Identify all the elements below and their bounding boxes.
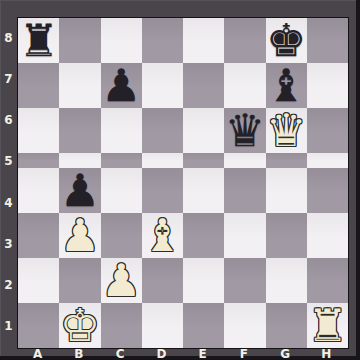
file-label-a: A [17, 347, 58, 360]
square-a5[interactable] [18, 153, 59, 168]
square-d3[interactable]: ♝ [142, 213, 183, 258]
square-h6[interactable] [307, 108, 348, 153]
rank-label-4: 4 [0, 182, 17, 223]
rank-label-7: 7 [0, 58, 17, 99]
square-g4[interactable] [266, 168, 307, 213]
file-label-g: G [265, 347, 306, 360]
square-a1[interactable] [18, 303, 59, 348]
square-h5[interactable] [307, 153, 348, 168]
file-label-f: F [223, 347, 264, 360]
rank-label-3: 3 [0, 223, 17, 264]
square-d4[interactable] [142, 168, 183, 213]
square-a7[interactable] [18, 63, 59, 108]
square-a3[interactable] [18, 213, 59, 258]
square-e8[interactable] [183, 18, 224, 63]
square-b7[interactable] [59, 63, 100, 108]
square-g3[interactable] [266, 213, 307, 258]
rank-label-6: 6 [0, 100, 17, 141]
piece-black-queen[interactable]: ♛ [225, 108, 265, 153]
square-c8[interactable] [101, 18, 142, 63]
piece-black-pawn[interactable]: ♟ [101, 63, 141, 108]
piece-black-bishop[interactable]: ♝ [266, 63, 306, 108]
square-c6[interactable] [101, 108, 142, 153]
square-f2[interactable] [224, 258, 265, 303]
square-c3[interactable] [101, 213, 142, 258]
square-c1[interactable] [101, 303, 142, 348]
square-g6[interactable]: ♛ [266, 108, 307, 153]
rank-label-5: 5 [0, 141, 17, 182]
square-f7[interactable] [224, 63, 265, 108]
piece-white-king[interactable]: ♚ [60, 303, 100, 348]
square-c4[interactable] [101, 168, 142, 213]
square-f4[interactable] [224, 168, 265, 213]
square-a6[interactable] [18, 108, 59, 153]
square-e7[interactable] [183, 63, 224, 108]
piece-white-pawn[interactable]: ♟ [60, 213, 100, 258]
square-h2[interactable] [307, 258, 348, 303]
piece-white-rook[interactable]: ♜ [307, 303, 347, 348]
square-d1[interactable] [142, 303, 183, 348]
square-d7[interactable] [142, 63, 183, 108]
square-f3[interactable] [224, 213, 265, 258]
file-label-h: H [306, 347, 347, 360]
square-h1[interactable]: ♜ [307, 303, 348, 348]
square-h8[interactable] [307, 18, 348, 63]
board: ♜♚♟♝♛♛♟♟♝♟♚♜ [17, 17, 349, 349]
square-f8[interactable] [224, 18, 265, 63]
piece-black-king[interactable]: ♚ [266, 18, 306, 63]
piece-white-queen[interactable]: ♛ [266, 108, 306, 153]
square-e5[interactable] [183, 153, 224, 168]
square-c7[interactable]: ♟ [101, 63, 142, 108]
rank-label-2: 2 [0, 265, 17, 306]
square-b4[interactable]: ♟ [59, 168, 100, 213]
rank-label-8: 8 [0, 17, 17, 58]
square-e2[interactable] [183, 258, 224, 303]
square-d5[interactable] [142, 153, 183, 168]
square-b3[interactable]: ♟ [59, 213, 100, 258]
file-labels: ABCDEFGH [17, 347, 347, 360]
rank-labels: 87654321 [0, 17, 17, 347]
square-h4[interactable] [307, 168, 348, 213]
piece-white-pawn[interactable]: ♟ [101, 258, 141, 303]
square-h7[interactable] [307, 63, 348, 108]
file-label-b: B [58, 347, 99, 360]
square-f1[interactable] [224, 303, 265, 348]
square-a4[interactable] [18, 168, 59, 213]
square-g1[interactable] [266, 303, 307, 348]
square-g2[interactable] [266, 258, 307, 303]
file-label-d: D [141, 347, 182, 360]
piece-black-rook[interactable]: ♜ [18, 18, 58, 63]
square-g8[interactable]: ♚ [266, 18, 307, 63]
file-label-c: C [100, 347, 141, 360]
piece-white-bishop[interactable]: ♝ [142, 213, 182, 258]
square-a8[interactable]: ♜ [18, 18, 59, 63]
chess-board-frame: 87654321 ♜♚♟♝♛♛♟♟♝♟♚♜ ABCDEFGH [0, 0, 360, 360]
piece-black-pawn[interactable]: ♟ [60, 168, 100, 213]
square-g5[interactable] [266, 153, 307, 168]
file-label-e: E [182, 347, 223, 360]
square-h3[interactable] [307, 213, 348, 258]
square-d8[interactable] [142, 18, 183, 63]
square-b8[interactable] [59, 18, 100, 63]
square-a2[interactable] [18, 258, 59, 303]
square-g7[interactable]: ♝ [266, 63, 307, 108]
square-b1[interactable]: ♚ [59, 303, 100, 348]
square-e3[interactable] [183, 213, 224, 258]
square-f5[interactable] [224, 153, 265, 168]
square-c5[interactable] [101, 153, 142, 168]
square-e4[interactable] [183, 168, 224, 213]
square-d6[interactable] [142, 108, 183, 153]
square-e1[interactable] [183, 303, 224, 348]
square-d2[interactable] [142, 258, 183, 303]
rank-label-1: 1 [0, 306, 17, 347]
square-e6[interactable] [183, 108, 224, 153]
square-c2[interactable]: ♟ [101, 258, 142, 303]
square-b2[interactable] [59, 258, 100, 303]
square-f6[interactable]: ♛ [224, 108, 265, 153]
square-b6[interactable] [59, 108, 100, 153]
